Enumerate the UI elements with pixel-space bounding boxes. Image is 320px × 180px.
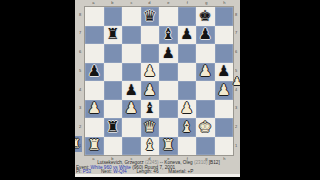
square-a2[interactable]: [85, 118, 104, 137]
chess-board: ♛♚♜♝♟♟♟♟♟♟♟♟♟♟♟♟♝♟♜♛♝♚♜♝♜: [84, 6, 234, 156]
square-d7[interactable]: [141, 26, 160, 45]
rank-label-left-7: 7: [77, 31, 82, 35]
piece-white-pawn[interactable]: ♟: [180, 101, 193, 116]
square-f6[interactable]: [178, 44, 197, 63]
piece-white-pawn[interactable]: ♟: [143, 83, 156, 98]
square-b8[interactable]: [104, 7, 123, 26]
piece-black-queen[interactable]: ♛: [143, 9, 156, 24]
square-h4[interactable]: ♟: [215, 81, 234, 100]
square-d4[interactable]: ♟: [141, 81, 160, 100]
piece-white-queen[interactable]: ♛: [143, 120, 156, 135]
players-line: Lutsekevich, Grzegorz (2245) -- Koneva, …: [76, 160, 241, 165]
square-c7[interactable]: [122, 26, 141, 45]
footer-strip: [75, 174, 240, 178]
rank-label-left-5: 5: [77, 69, 82, 73]
square-e7[interactable]: ♝: [159, 26, 178, 45]
square-f5[interactable]: [178, 63, 197, 82]
piece-white-bishop[interactable]: ♝: [143, 138, 156, 153]
square-a5[interactable]: ♟: [85, 63, 104, 82]
square-g4[interactable]: [196, 81, 215, 100]
square-d8[interactable]: ♛: [141, 7, 160, 26]
square-f4[interactable]: [178, 81, 197, 100]
piece-black-pawn[interactable]: ♟: [217, 64, 230, 79]
file-label-top-d: d: [143, 1, 155, 5]
square-e1[interactable]: ♜: [159, 137, 178, 156]
square-e2[interactable]: [159, 118, 178, 137]
file-label-top-e: e: [162, 1, 174, 5]
piece-white-pawn[interactable]: ♟: [217, 83, 230, 98]
piece-white-rook[interactable]: ♜: [88, 138, 101, 153]
square-h7[interactable]: [215, 26, 234, 45]
square-h6[interactable]: [215, 44, 234, 63]
square-h2[interactable]: [215, 118, 234, 137]
square-g6[interactable]: [196, 44, 215, 63]
square-f2[interactable]: ♝: [178, 118, 197, 137]
rank-label-right-2: 2: [233, 125, 238, 129]
square-a7[interactable]: [85, 26, 104, 45]
piece-black-bishop[interactable]: ♝: [162, 27, 175, 42]
piece-black-pawn[interactable]: ♟: [125, 83, 138, 98]
file-label-bottom-c: c: [125, 157, 137, 161]
square-f3[interactable]: ♟: [178, 100, 197, 119]
rank-label-left-1: 1: [77, 144, 82, 148]
square-b3[interactable]: [104, 100, 123, 119]
file-label-bottom-a: a: [87, 157, 99, 161]
file-label-bottom-e: e: [162, 157, 174, 161]
square-h3[interactable]: [215, 100, 234, 119]
piece-black-pawn[interactable]: ♟: [180, 27, 193, 42]
square-g7[interactable]: ♟: [196, 26, 215, 45]
square-g5[interactable]: ♟: [196, 63, 215, 82]
square-e8[interactable]: [159, 7, 178, 26]
file-label-bottom-b: b: [106, 157, 118, 161]
file-label-top-f: f: [181, 1, 193, 5]
letterbox-right: [240, 0, 320, 180]
square-b7[interactable]: ♜: [104, 26, 123, 45]
rank-label-right-5: 5: [233, 69, 238, 73]
square-b6[interactable]: [104, 44, 123, 63]
square-e6[interactable]: ♟: [159, 44, 178, 63]
square-c1[interactable]: [122, 137, 141, 156]
file-label-top-h: h: [218, 1, 230, 5]
square-a4[interactable]: [85, 81, 104, 100]
rank-label-left-2: 2: [77, 125, 82, 129]
square-a8[interactable]: [85, 7, 104, 26]
square-h8[interactable]: [215, 7, 234, 26]
piece-white-rook[interactable]: ♜: [162, 138, 175, 153]
rank-label-right-8: 8: [233, 13, 238, 17]
square-d5[interactable]: ♟: [141, 63, 160, 82]
square-c2[interactable]: [122, 118, 141, 137]
square-d2[interactable]: ♛: [141, 118, 160, 137]
square-g1[interactable]: [196, 137, 215, 156]
square-a6[interactable]: [85, 44, 104, 63]
square-b4[interactable]: [104, 81, 123, 100]
square-g2[interactable]: ♚: [196, 118, 215, 137]
rank-label-left-3: 3: [77, 106, 82, 110]
square-f1[interactable]: [178, 137, 197, 156]
square-c5[interactable]: [122, 63, 141, 82]
piece-black-pawn[interactable]: ♟: [199, 27, 212, 42]
square-b1[interactable]: [104, 137, 123, 156]
file-label-top-c: c: [125, 1, 137, 5]
square-g3[interactable]: [196, 100, 215, 119]
piece-white-pawn[interactable]: ♟: [125, 101, 138, 116]
file-label-bottom-g: g: [200, 157, 212, 161]
file-label-top-a: a: [87, 1, 99, 5]
square-b5[interactable]: [104, 63, 123, 82]
piece-black-king[interactable]: ♚: [199, 9, 212, 24]
piece-white-bishop[interactable]: ♝: [180, 120, 193, 135]
file-label-top-b: b: [106, 1, 118, 5]
square-d6[interactable]: [141, 44, 160, 63]
piece-black-pawn[interactable]: ♟: [88, 64, 101, 79]
file-label-bottom-d: d: [143, 157, 155, 161]
square-c6[interactable]: [122, 44, 141, 63]
board-panel: ♛♚♜♝♟♟♟♟♟♟♟♟♟♟♟♟♝♟♜♛♝♚♜♝♜ ♟ ♜ Lutsekevic…: [75, 0, 240, 177]
square-e4[interactable]: [159, 81, 178, 100]
square-h5[interactable]: ♟: [215, 63, 234, 82]
rank-label-left-8: 8: [77, 13, 82, 17]
square-c3[interactable]: ♟: [122, 100, 141, 119]
rank-label-left-4: 4: [77, 88, 82, 92]
square-h1[interactable]: [215, 137, 234, 156]
square-a3[interactable]: ♟: [85, 100, 104, 119]
rank-label-right-7: 7: [233, 31, 238, 35]
rank-label-left-6: 6: [77, 50, 82, 54]
square-f7[interactable]: ♟: [178, 26, 197, 45]
rank-label-right-1: 1: [233, 144, 238, 148]
piece-white-pawn[interactable]: ♟: [143, 64, 156, 79]
file-label-bottom-h: h: [218, 157, 230, 161]
square-d3[interactable]: ♝: [141, 100, 160, 119]
letterbox-left: [0, 0, 75, 180]
rank-label-right-4: 4: [233, 88, 238, 92]
square-g8[interactable]: ♚: [196, 7, 215, 26]
square-e5[interactable]: [159, 63, 178, 82]
piece-black-bishop[interactable]: ♝: [143, 101, 156, 116]
rank-label-right-6: 6: [233, 50, 238, 54]
square-e3[interactable]: [159, 100, 178, 119]
piece-white-pawn[interactable]: ♟: [88, 101, 101, 116]
square-b2[interactable]: ♜: [104, 118, 123, 137]
file-label-top-g: g: [200, 1, 212, 5]
piece-black-pawn[interactable]: ♟: [162, 46, 175, 61]
square-d1[interactable]: ♝: [141, 137, 160, 156]
piece-black-rook[interactable]: ♜: [106, 120, 119, 135]
square-f8[interactable]: [178, 7, 197, 26]
square-a1[interactable]: ♜: [85, 137, 104, 156]
square-c4[interactable]: ♟: [122, 81, 141, 100]
piece-white-king[interactable]: ♚: [199, 120, 212, 135]
rank-label-right-3: 3: [233, 106, 238, 110]
piece-white-pawn[interactable]: ♟: [199, 64, 212, 79]
piece-black-rook[interactable]: ♜: [106, 27, 119, 42]
square-c8[interactable]: [122, 7, 141, 26]
file-label-bottom-f: f: [181, 157, 193, 161]
